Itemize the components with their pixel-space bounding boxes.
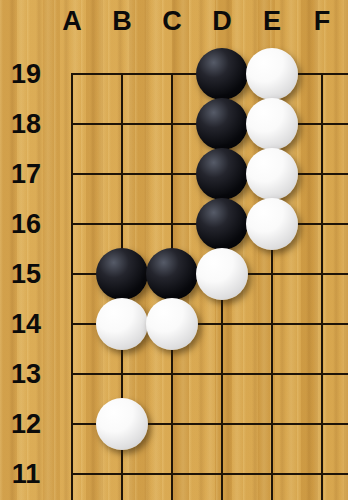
row-label: 14 <box>11 311 41 338</box>
black-stone: ● <box>196 98 248 150</box>
column-label: B <box>112 8 132 35</box>
column-label: D <box>212 8 232 35</box>
column-label: E <box>263 8 281 35</box>
row-label: 19 <box>11 61 41 88</box>
white-stone-glyph: ○ <box>257 149 287 199</box>
black-stone-glyph: ● <box>207 199 237 249</box>
black-stone: ● <box>146 248 198 300</box>
white-stone-glyph: ○ <box>257 199 287 249</box>
white-stone: ○ <box>246 98 298 150</box>
black-stone-glyph: ● <box>207 49 237 99</box>
go-board[interactable]: ABCDEF 191817161514131211 ●●●●●●○○○○○○○○ <box>0 0 348 500</box>
row-label: 17 <box>11 161 41 188</box>
white-stone-glyph: ○ <box>257 49 287 99</box>
black-stone: ● <box>196 148 248 200</box>
row-label: 13 <box>11 361 41 388</box>
black-stone: ● <box>196 198 248 250</box>
row-label: 15 <box>11 261 41 288</box>
row-label: 12 <box>11 411 41 438</box>
black-stone-glyph: ● <box>207 149 237 199</box>
white-stone: ○ <box>196 248 248 300</box>
white-stone: ○ <box>246 148 298 200</box>
black-stone-glyph: ● <box>207 99 237 149</box>
white-stone-glyph: ○ <box>157 299 187 349</box>
white-stone-glyph: ○ <box>107 399 137 449</box>
white-stone-glyph: ○ <box>107 299 137 349</box>
white-stone: ○ <box>96 398 148 450</box>
column-label: C <box>162 8 182 35</box>
black-stone-glyph: ● <box>107 249 137 299</box>
black-stone-glyph: ● <box>157 249 187 299</box>
row-label: 16 <box>11 211 41 238</box>
white-stone: ○ <box>246 198 298 250</box>
black-stone: ● <box>96 248 148 300</box>
row-label: 11 <box>12 461 41 488</box>
column-label: A <box>62 8 82 35</box>
white-stone: ○ <box>146 298 198 350</box>
row-label: 18 <box>11 111 41 138</box>
white-stone: ○ <box>96 298 148 350</box>
white-stone: ○ <box>246 48 298 100</box>
column-label: F <box>314 8 331 35</box>
black-stone: ● <box>196 48 248 100</box>
white-stone-glyph: ○ <box>257 99 287 149</box>
white-stone-glyph: ○ <box>207 249 237 299</box>
